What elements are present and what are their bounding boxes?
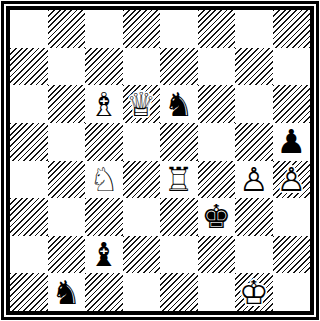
- white-pawn-piece: ♟♙: [273, 161, 311, 199]
- chess-board: ♝♗♛♕♞♞♟♟♞♘♜♖♟♙♟♙♚♚♝♝♞♞♚♔: [10, 10, 310, 311]
- square-a2[interactable]: [10, 236, 48, 274]
- square-g1[interactable]: ♚♔: [235, 273, 273, 311]
- black-knight-piece: ♞♞: [160, 85, 198, 123]
- piece-glyph: ♚: [198, 198, 236, 236]
- square-g7[interactable]: [235, 48, 273, 86]
- square-a6[interactable]: [10, 85, 48, 123]
- square-h6[interactable]: [273, 85, 311, 123]
- piece-glyph: ♙: [235, 161, 273, 199]
- square-b1[interactable]: ♞♞: [48, 273, 86, 311]
- square-d5[interactable]: [123, 123, 161, 161]
- square-h7[interactable]: [273, 48, 311, 86]
- square-f3[interactable]: ♚♚: [198, 198, 236, 236]
- square-h3[interactable]: [273, 198, 311, 236]
- square-c7[interactable]: [85, 48, 123, 86]
- square-f8[interactable]: [198, 10, 236, 48]
- square-f4[interactable]: [198, 161, 236, 199]
- square-a3[interactable]: [10, 198, 48, 236]
- square-b3[interactable]: [48, 198, 86, 236]
- square-c8[interactable]: [85, 10, 123, 48]
- square-a8[interactable]: [10, 10, 48, 48]
- square-b2[interactable]: [48, 236, 86, 274]
- white-bishop-piece: ♝♗: [85, 85, 123, 123]
- square-h2[interactable]: [273, 236, 311, 274]
- piece-glyph: ♞: [160, 85, 198, 123]
- square-c4[interactable]: ♞♘: [85, 161, 123, 199]
- piece-glyph: ♖: [160, 161, 198, 199]
- square-d4[interactable]: [123, 161, 161, 199]
- chess-diagram: ♝♗♛♕♞♞♟♟♞♘♜♖♟♙♟♙♚♚♝♝♞♞♚♔: [0, 0, 320, 321]
- board-inner-border: ♝♗♛♕♞♞♟♟♞♘♜♖♟♙♟♙♚♚♝♝♞♞♚♔: [6, 6, 314, 315]
- square-a1[interactable]: [10, 273, 48, 311]
- piece-glyph: ♘: [85, 161, 123, 199]
- square-h5[interactable]: ♟♟: [273, 123, 311, 161]
- piece-glyph: ♞: [48, 273, 86, 311]
- square-f6[interactable]: [198, 85, 236, 123]
- square-g5[interactable]: [235, 123, 273, 161]
- square-c5[interactable]: [85, 123, 123, 161]
- square-d8[interactable]: [123, 10, 161, 48]
- square-e1[interactable]: [160, 273, 198, 311]
- square-f5[interactable]: [198, 123, 236, 161]
- black-pawn-piece: ♟♟: [273, 123, 311, 161]
- square-c2[interactable]: ♝♝: [85, 236, 123, 274]
- square-b4[interactable]: [48, 161, 86, 199]
- piece-glyph: ♟: [273, 123, 311, 161]
- square-g2[interactable]: [235, 236, 273, 274]
- square-c3[interactable]: [85, 198, 123, 236]
- square-c6[interactable]: ♝♗: [85, 85, 123, 123]
- white-rook-piece: ♜♖: [160, 161, 198, 199]
- square-g4[interactable]: ♟♙: [235, 161, 273, 199]
- piece-glyph: ♙: [273, 161, 311, 199]
- piece-glyph: ♕: [123, 85, 161, 123]
- square-d2[interactable]: [123, 236, 161, 274]
- square-g6[interactable]: [235, 85, 273, 123]
- square-f1[interactable]: [198, 273, 236, 311]
- piece-glyph: ♔: [235, 273, 273, 311]
- black-bishop-piece: ♝♝: [85, 236, 123, 274]
- board-frame: ♝♗♛♕♞♞♟♟♞♘♜♖♟♙♟♙♚♚♝♝♞♞♚♔: [1, 1, 319, 320]
- square-a7[interactable]: [10, 48, 48, 86]
- square-d6[interactable]: ♛♕: [123, 85, 161, 123]
- square-f2[interactable]: [198, 236, 236, 274]
- square-g8[interactable]: [235, 10, 273, 48]
- square-f7[interactable]: [198, 48, 236, 86]
- white-pawn-piece: ♟♙: [235, 161, 273, 199]
- square-e4[interactable]: ♜♖: [160, 161, 198, 199]
- square-e8[interactable]: [160, 10, 198, 48]
- square-d7[interactable]: [123, 48, 161, 86]
- square-e7[interactable]: [160, 48, 198, 86]
- square-h8[interactable]: [273, 10, 311, 48]
- square-e2[interactable]: [160, 236, 198, 274]
- piece-glyph: ♗: [85, 85, 123, 123]
- square-d1[interactable]: [123, 273, 161, 311]
- white-queen-piece: ♛♕: [123, 85, 161, 123]
- square-b5[interactable]: [48, 123, 86, 161]
- square-d3[interactable]: [123, 198, 161, 236]
- square-b6[interactable]: [48, 85, 86, 123]
- square-a4[interactable]: [10, 161, 48, 199]
- white-king-piece: ♚♔: [235, 273, 273, 311]
- square-c1[interactable]: [85, 273, 123, 311]
- square-b7[interactable]: [48, 48, 86, 86]
- square-e6[interactable]: ♞♞: [160, 85, 198, 123]
- square-h4[interactable]: ♟♙: [273, 161, 311, 199]
- square-b8[interactable]: [48, 10, 86, 48]
- square-e3[interactable]: [160, 198, 198, 236]
- piece-glyph: ♝: [85, 236, 123, 274]
- square-e5[interactable]: [160, 123, 198, 161]
- black-king-piece: ♚♚: [198, 198, 236, 236]
- square-a5[interactable]: [10, 123, 48, 161]
- square-h1[interactable]: [273, 273, 311, 311]
- square-g3[interactable]: [235, 198, 273, 236]
- white-knight-piece: ♞♘: [85, 161, 123, 199]
- black-knight-piece: ♞♞: [48, 273, 86, 311]
